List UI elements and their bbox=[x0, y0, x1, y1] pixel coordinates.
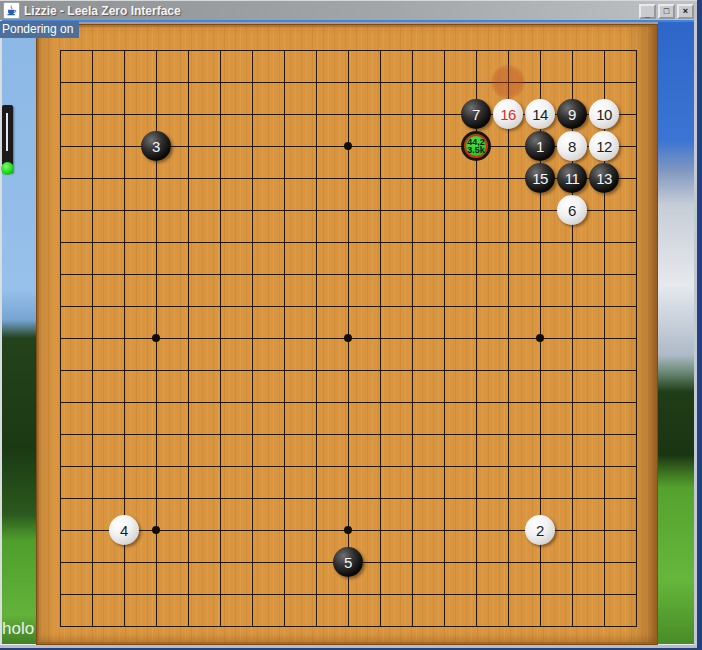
move-number: 13 bbox=[596, 171, 612, 186]
stone-white-C4[interactable]: 4 bbox=[109, 515, 139, 545]
desktop-label: holo bbox=[2, 619, 34, 639]
move-number: 15 bbox=[532, 171, 548, 186]
stone-black-S15[interactable]: 13 bbox=[589, 163, 619, 193]
star-point bbox=[344, 526, 352, 534]
star-point bbox=[344, 142, 352, 150]
stone-white-Q4[interactable]: 2 bbox=[525, 515, 555, 545]
volume-slider[interactable] bbox=[2, 105, 13, 173]
suggestion-visits: 3.5k bbox=[467, 146, 485, 154]
java-icon bbox=[3, 2, 20, 19]
move-number: 6 bbox=[568, 203, 576, 218]
move-number: 9 bbox=[568, 107, 576, 122]
star-point bbox=[152, 334, 160, 342]
slider-green-knob[interactable] bbox=[1, 162, 14, 175]
slider-groove bbox=[6, 113, 8, 151]
stone-black-O17[interactable]: 7 bbox=[461, 99, 491, 129]
move-number: 4 bbox=[120, 523, 128, 538]
stone-black-Q15[interactable]: 15 bbox=[525, 163, 555, 193]
window-title: Lizzie - Leela Zero Interface bbox=[24, 4, 181, 18]
move-number: 16 bbox=[500, 107, 516, 122]
title-bar[interactable]: Lizzie - Leela Zero Interface _ □ × bbox=[0, 0, 702, 20]
board-grid[interactable]: 1234567891011121314151644,23.5k bbox=[60, 50, 637, 627]
stone-black-R17[interactable]: 9 bbox=[557, 99, 587, 129]
star-point bbox=[344, 334, 352, 342]
stone-white-S16[interactable]: 12 bbox=[589, 131, 619, 161]
move-number: 7 bbox=[472, 107, 480, 122]
move-number: 3 bbox=[152, 139, 160, 154]
stone-white-R16[interactable]: 8 bbox=[557, 131, 587, 161]
stone-black-K3[interactable]: 5 bbox=[333, 547, 363, 577]
move-number: 1 bbox=[536, 139, 544, 154]
move-number: 14 bbox=[532, 107, 548, 122]
maximize-button[interactable]: □ bbox=[658, 4, 675, 19]
move-number: 10 bbox=[596, 107, 612, 122]
stone-white-S17[interactable]: 10 bbox=[589, 99, 619, 129]
best-move-suggestion[interactable]: 44,23.5k bbox=[461, 131, 491, 161]
move-number: 11 bbox=[565, 171, 580, 186]
stone-black-R15[interactable]: 11 bbox=[557, 163, 587, 193]
candidate-move-hint[interactable] bbox=[491, 65, 525, 99]
stone-black-Q16[interactable]: 1 bbox=[525, 131, 555, 161]
move-number: 5 bbox=[344, 555, 352, 570]
stone-white-P17[interactable]: 16 bbox=[493, 99, 523, 129]
pondering-status: Pondering on bbox=[0, 21, 79, 38]
move-number: 2 bbox=[536, 523, 544, 538]
lizzie-window: Lizzie - Leela Zero Interface _ □ × 1234… bbox=[0, 0, 702, 650]
minimize-button[interactable]: _ bbox=[639, 4, 656, 19]
close-button[interactable]: × bbox=[677, 4, 694, 19]
move-number: 12 bbox=[596, 139, 612, 154]
focus-line bbox=[0, 20, 697, 22]
window-border-right bbox=[697, 0, 702, 650]
stone-white-Q17[interactable]: 14 bbox=[525, 99, 555, 129]
stone-white-R14[interactable]: 6 bbox=[557, 195, 587, 225]
star-point bbox=[152, 526, 160, 534]
star-point bbox=[536, 334, 544, 342]
move-number: 8 bbox=[568, 139, 576, 154]
stone-black-D16[interactable]: 3 bbox=[141, 131, 171, 161]
go-board: 1234567891011121314151644,23.5k bbox=[36, 24, 658, 645]
